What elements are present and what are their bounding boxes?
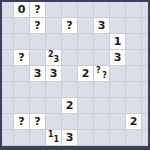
clue-cell-r9c4: 11 — [46, 130, 62, 146]
clue-cell-r9c5: 3 — [62, 130, 78, 146]
cell-r3c5[interactable] — [62, 34, 78, 50]
cell-r4c5[interactable] — [62, 50, 78, 66]
cell-r2c8[interactable] — [110, 18, 126, 34]
cell-r1c6[interactable] — [78, 2, 94, 18]
cell-r3c9[interactable] — [126, 34, 142, 50]
clue-value: 1 — [114, 35, 122, 48]
clue-value-bottom-right: 3 — [53, 55, 59, 64]
cell-r9c1[interactable] — [2, 130, 14, 146]
cell-r6c6[interactable] — [78, 82, 94, 98]
cell-r1c5[interactable] — [62, 2, 78, 18]
cell-r3c6[interactable] — [78, 34, 94, 50]
cell-r4c1[interactable] — [2, 50, 14, 66]
cell-r2c4[interactable] — [46, 18, 62, 34]
cell-r7c7[interactable] — [94, 98, 110, 114]
cell-r7c6[interactable] — [78, 98, 94, 114]
clue-value: 2 — [130, 115, 138, 128]
cell-r2c10[interactable] — [142, 18, 148, 34]
cell-r6c4[interactable] — [46, 82, 62, 98]
clue-value: ? — [34, 115, 40, 128]
clue-cell-r2c7: 3 — [94, 18, 110, 34]
clue-cell-r2c5: ? — [62, 18, 78, 34]
cell-r7c1[interactable] — [2, 98, 14, 114]
clue-cell-r8c9: 2 — [126, 114, 142, 130]
clue-value: 3 — [66, 131, 74, 144]
clue-value: 3 — [114, 51, 122, 64]
cell-r6c5[interactable] — [62, 82, 78, 98]
clue-cell-r5c7: ?? — [94, 66, 110, 82]
clue-value: 3 — [98, 19, 106, 32]
clue-value: 2 — [66, 99, 74, 112]
cell-r6c3[interactable] — [30, 82, 46, 98]
cell-r7c4[interactable] — [46, 98, 62, 114]
clue-cell-r4c8: 3 — [110, 50, 126, 66]
clue-cell-r5c4: 3 — [46, 66, 62, 82]
clue-cell-r3c8: 1 — [110, 34, 126, 50]
cell-r6c7[interactable] — [94, 82, 110, 98]
cell-r8c4[interactable] — [46, 114, 62, 130]
cell-r8c8[interactable] — [110, 114, 126, 130]
cell-r4c9[interactable] — [126, 50, 142, 66]
cell-r1c10[interactable] — [142, 2, 148, 18]
cell-r9c10[interactable] — [142, 130, 148, 146]
cell-r8c1[interactable] — [2, 114, 14, 130]
cell-r2c9[interactable] — [126, 18, 142, 34]
clue-value: ? — [34, 19, 40, 32]
cell-r6c9[interactable] — [126, 82, 142, 98]
cell-r1c4[interactable] — [46, 2, 62, 18]
cell-r8c7[interactable] — [94, 114, 110, 130]
cell-r9c7[interactable] — [94, 130, 110, 146]
clue-cell-r8c2: ? — [14, 114, 30, 130]
cell-r9c8[interactable] — [110, 130, 126, 146]
cell-r4c7[interactable] — [94, 50, 110, 66]
cell-r8c10[interactable] — [142, 114, 148, 130]
cell-r9c3[interactable] — [30, 130, 46, 146]
cell-r1c8[interactable] — [110, 2, 126, 18]
clue-value: ? — [18, 115, 24, 128]
cell-r7c3[interactable] — [30, 98, 46, 114]
clue-cell-r1c3: ? — [30, 2, 46, 18]
cell-r9c6[interactable] — [78, 130, 94, 146]
cell-r1c7[interactable] — [94, 2, 110, 18]
clue-value: 3 — [34, 67, 42, 80]
cell-r1c1[interactable] — [2, 2, 14, 18]
cell-r3c4[interactable] — [46, 34, 62, 50]
clue-value: ? — [18, 51, 24, 64]
cell-r3c2[interactable] — [14, 34, 30, 50]
cell-r5c2[interactable] — [14, 66, 30, 82]
cell-r7c2[interactable] — [14, 98, 30, 114]
clue-cell-r8c3: ? — [30, 114, 46, 130]
cell-r5c1[interactable] — [2, 66, 14, 82]
cell-r6c8[interactable] — [110, 82, 126, 98]
clue-cell-r2c3: ? — [30, 18, 46, 34]
cell-r4c6[interactable] — [78, 50, 94, 66]
cell-r8c5[interactable] — [62, 114, 78, 130]
cell-r1c9[interactable] — [126, 2, 142, 18]
clue-cell-r5c3: 3 — [30, 66, 46, 82]
puzzle-window: 0???31?233332??2??2113 — [0, 0, 150, 150]
cell-r5c9[interactable] — [126, 66, 142, 82]
cell-r6c2[interactable] — [14, 82, 30, 98]
cell-r4c3[interactable] — [30, 50, 46, 66]
clue-value-bottom-right: 1 — [53, 135, 59, 144]
cell-r2c1[interactable] — [2, 18, 14, 34]
clue-cell-r5c6: 2 — [78, 66, 94, 82]
cell-r3c1[interactable] — [2, 34, 14, 50]
cell-r5c10[interactable] — [142, 66, 148, 82]
cell-r3c7[interactable] — [94, 34, 110, 50]
clue-value-top-left: ? — [96, 66, 101, 75]
cell-r2c2[interactable] — [14, 18, 30, 34]
cell-r3c10[interactable] — [142, 34, 148, 50]
cell-r3c3[interactable] — [30, 34, 46, 50]
cell-r6c1[interactable] — [2, 82, 14, 98]
clue-cell-r7c5: 2 — [62, 98, 78, 114]
cell-r2c6[interactable] — [78, 18, 94, 34]
clue-value: ? — [66, 19, 72, 32]
cell-r7c8[interactable] — [110, 98, 126, 114]
clue-value: 0 — [18, 3, 26, 16]
clue-cell-r4c4: 23 — [46, 50, 62, 66]
clue-value: 2 — [82, 67, 90, 80]
clue-value: 3 — [50, 67, 58, 80]
cell-r7c10[interactable] — [142, 98, 148, 114]
cell-r6c10[interactable] — [142, 82, 148, 98]
cell-r9c2[interactable] — [14, 130, 30, 146]
cell-r4c10[interactable] — [142, 50, 148, 66]
clue-cell-r1c2: 0 — [14, 2, 30, 18]
clue-value-bottom-right: ? — [102, 71, 107, 80]
puzzle-grid: 0???31?233332??2??2113 — [2, 2, 148, 146]
clue-value: ? — [34, 3, 40, 16]
cell-r5c8[interactable] — [110, 66, 126, 82]
cell-r8c6[interactable] — [78, 114, 94, 130]
clue-cell-r4c2: ? — [14, 50, 30, 66]
cell-r9c9[interactable] — [126, 130, 142, 146]
cell-r5c5[interactable] — [62, 66, 78, 82]
cell-r7c9[interactable] — [126, 98, 142, 114]
